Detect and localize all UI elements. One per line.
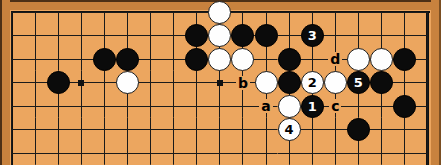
intersection	[162, 94, 185, 118]
intersection	[185, 94, 208, 118]
intersection	[231, 47, 254, 71]
intersection	[162, 141, 185, 165]
intersection	[393, 24, 416, 48]
intersection	[324, 71, 347, 95]
intersection	[416, 24, 439, 48]
black-stone: 1	[301, 95, 324, 118]
intersection	[347, 141, 370, 165]
intersection	[301, 141, 324, 165]
intersection	[208, 47, 231, 71]
intersection: c	[324, 94, 347, 118]
intersection	[301, 0, 324, 24]
intersection	[70, 47, 93, 71]
intersection	[231, 0, 254, 24]
intersection	[70, 141, 93, 165]
intersection	[24, 24, 47, 48]
intersection	[93, 0, 116, 24]
intersection	[47, 0, 70, 24]
intersection	[416, 118, 439, 142]
intersection	[393, 47, 416, 71]
stone-move-number: 3	[308, 29, 317, 42]
point-label-c: c	[329, 99, 341, 113]
intersection	[139, 47, 162, 71]
intersection	[393, 94, 416, 118]
intersection	[231, 94, 254, 118]
intersection	[70, 94, 93, 118]
intersection	[47, 118, 70, 142]
intersection	[370, 71, 393, 95]
intersection	[231, 24, 254, 48]
intersection	[278, 141, 301, 165]
black-stone: 5	[347, 71, 370, 94]
stone-move-number: 4	[285, 123, 294, 136]
intersection	[370, 141, 393, 165]
point-label-a: a	[259, 99, 272, 113]
intersection	[370, 118, 393, 142]
intersection	[116, 94, 139, 118]
intersection	[47, 94, 70, 118]
intersection	[24, 118, 47, 142]
intersection	[393, 141, 416, 165]
white-stone	[347, 48, 370, 71]
intersection: 5	[347, 71, 370, 95]
intersection	[162, 0, 185, 24]
intersection	[116, 24, 139, 48]
intersection	[393, 118, 416, 142]
intersection	[278, 94, 301, 118]
white-stone	[278, 95, 301, 118]
intersection	[139, 118, 162, 142]
intersection	[370, 47, 393, 71]
point-label-b: b	[236, 76, 250, 90]
white-stone	[116, 71, 139, 94]
intersection	[0, 141, 23, 165]
intersection	[47, 141, 70, 165]
intersection	[139, 141, 162, 165]
black-stone	[116, 48, 139, 71]
black-stone	[278, 71, 301, 94]
black-stone	[231, 24, 254, 47]
intersection	[70, 71, 93, 95]
stone-move-number: 2	[308, 76, 317, 89]
intersection	[47, 47, 70, 71]
white-stone: 4	[278, 118, 301, 141]
intersection	[93, 94, 116, 118]
intersection	[70, 24, 93, 48]
star-point	[217, 80, 223, 86]
white-stone	[208, 1, 231, 24]
black-stone	[393, 48, 416, 71]
intersection	[208, 118, 231, 142]
black-stone	[278, 48, 301, 71]
intersection: 4	[278, 118, 301, 142]
white-stone	[255, 71, 278, 94]
intersection	[208, 141, 231, 165]
intersection	[24, 94, 47, 118]
star-point	[78, 80, 84, 86]
go-board-diagram: 3db25a1c4	[0, 0, 441, 165]
intersection	[231, 141, 254, 165]
intersection	[47, 71, 70, 95]
intersection	[139, 24, 162, 48]
intersection	[254, 24, 277, 48]
black-stone	[47, 71, 70, 94]
intersection	[185, 24, 208, 48]
intersection	[24, 141, 47, 165]
intersection: b	[231, 71, 254, 95]
white-stone	[231, 48, 254, 71]
intersection	[254, 0, 277, 24]
intersection	[416, 47, 439, 71]
intersection	[324, 0, 347, 24]
black-stone	[393, 95, 416, 118]
white-stone	[324, 71, 347, 94]
go-grid: 3db25a1c4	[0, 0, 439, 165]
intersection	[116, 47, 139, 71]
black-stone	[255, 24, 278, 47]
intersection	[116, 141, 139, 165]
intersection	[324, 118, 347, 142]
black-stone	[93, 48, 116, 71]
intersection	[324, 141, 347, 165]
intersection	[301, 47, 324, 71]
intersection	[93, 24, 116, 48]
black-stone: 3	[301, 24, 324, 47]
intersection	[278, 24, 301, 48]
intersection	[254, 47, 277, 71]
intersection	[185, 47, 208, 71]
intersection	[231, 118, 254, 142]
white-stone	[370, 48, 393, 71]
intersection	[208, 71, 231, 95]
intersection	[416, 141, 439, 165]
intersection	[139, 0, 162, 24]
intersection	[416, 94, 439, 118]
intersection	[162, 47, 185, 71]
intersection	[208, 94, 231, 118]
intersection: 2	[301, 71, 324, 95]
intersection	[370, 24, 393, 48]
intersection	[370, 0, 393, 24]
intersection	[254, 141, 277, 165]
intersection	[208, 24, 231, 48]
intersection	[162, 24, 185, 48]
intersection	[278, 0, 301, 24]
intersection	[0, 0, 23, 24]
intersection	[347, 118, 370, 142]
black-stone	[370, 71, 393, 94]
intersection: 1	[301, 94, 324, 118]
intersection	[254, 118, 277, 142]
white-stone: 2	[301, 71, 324, 94]
intersection	[116, 118, 139, 142]
intersection	[347, 47, 370, 71]
intersection	[301, 118, 324, 142]
intersection	[139, 94, 162, 118]
intersection	[139, 71, 162, 95]
intersection	[24, 47, 47, 71]
intersection	[393, 71, 416, 95]
intersection: 3	[301, 24, 324, 48]
intersection	[93, 141, 116, 165]
intersection	[185, 118, 208, 142]
intersection	[254, 71, 277, 95]
intersection	[416, 71, 439, 95]
intersection	[185, 71, 208, 95]
intersection	[0, 47, 23, 71]
intersection	[0, 24, 23, 48]
stone-move-number: 5	[354, 76, 363, 89]
intersection	[208, 0, 231, 24]
intersection	[0, 94, 23, 118]
intersection	[93, 118, 116, 142]
intersection	[324, 24, 347, 48]
intersection: d	[324, 47, 347, 71]
intersection	[70, 118, 93, 142]
intersection	[116, 0, 139, 24]
white-stone	[208, 24, 231, 47]
white-stone	[208, 48, 231, 71]
intersection	[416, 0, 439, 24]
intersection	[278, 47, 301, 71]
intersection	[162, 71, 185, 95]
intersection	[70, 0, 93, 24]
intersection	[47, 24, 70, 48]
intersection	[116, 71, 139, 95]
intersection	[347, 94, 370, 118]
intersection	[185, 0, 208, 24]
intersection	[370, 94, 393, 118]
intersection	[0, 71, 23, 95]
intersection	[93, 47, 116, 71]
black-stone	[185, 24, 208, 47]
intersection	[24, 0, 47, 24]
intersection	[93, 71, 116, 95]
black-stone	[347, 118, 370, 141]
intersection: a	[254, 94, 277, 118]
intersection	[347, 24, 370, 48]
stone-move-number: 1	[308, 100, 317, 113]
black-stone	[185, 48, 208, 71]
point-label-d: d	[328, 52, 342, 66]
intersection	[24, 71, 47, 95]
intersection	[185, 141, 208, 165]
intersection	[393, 0, 416, 24]
intersection	[0, 118, 23, 142]
intersection	[278, 71, 301, 95]
intersection	[347, 0, 370, 24]
intersection	[162, 118, 185, 142]
